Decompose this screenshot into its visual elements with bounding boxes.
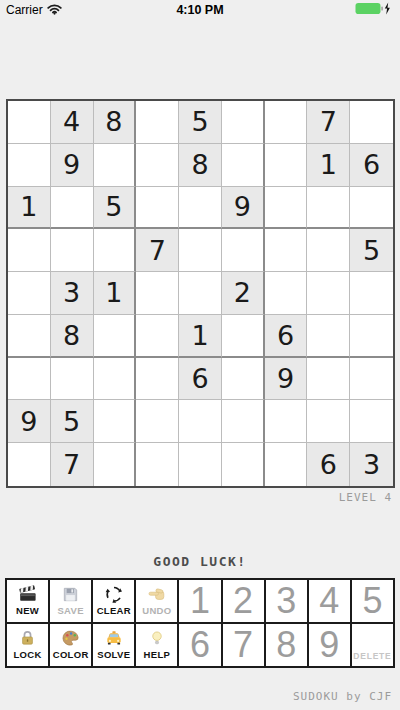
delete-button[interactable]: DELETE bbox=[352, 624, 395, 668]
clapper-board-icon bbox=[18, 583, 38, 605]
cell-r2c8[interactable]: 1 bbox=[307, 144, 350, 187]
cell-r7c3[interactable] bbox=[94, 358, 137, 401]
cell-r8c9[interactable] bbox=[350, 400, 393, 443]
cell-r9c1[interactable] bbox=[8, 443, 51, 486]
cell-r2c2[interactable]: 9 bbox=[51, 144, 94, 187]
cell-r1c5[interactable]: 5 bbox=[179, 101, 222, 144]
digit-1-button[interactable]: 1 bbox=[179, 580, 222, 624]
cell-r1c1[interactable] bbox=[8, 101, 51, 144]
cell-r5c2[interactable]: 3 bbox=[51, 272, 94, 315]
cell-r1c2[interactable]: 4 bbox=[51, 101, 94, 144]
cell-r4c7[interactable] bbox=[265, 229, 308, 272]
new-button[interactable]: NEW bbox=[7, 580, 50, 624]
cell-r9c7[interactable] bbox=[265, 443, 308, 486]
digit-3-button[interactable]: 3 bbox=[266, 580, 309, 624]
cell-r1c9[interactable] bbox=[350, 101, 393, 144]
cell-r7c4[interactable] bbox=[136, 358, 179, 401]
cell-r5c1[interactable] bbox=[8, 272, 51, 315]
cell-r8c3[interactable] bbox=[94, 400, 137, 443]
cell-r9c4[interactable] bbox=[136, 443, 179, 486]
cell-r1c6[interactable] bbox=[222, 101, 265, 144]
cell-r9c3[interactable] bbox=[94, 443, 137, 486]
cell-r6c7[interactable]: 6 bbox=[265, 315, 308, 358]
status-bar: Carrier 4:10 PM bbox=[0, 0, 400, 20]
status-time: 4:10 PM bbox=[0, 0, 400, 20]
cell-r1c8[interactable]: 7 bbox=[307, 101, 350, 144]
digit-8-button[interactable]: 8 bbox=[266, 624, 309, 668]
cell-r7c8[interactable] bbox=[307, 358, 350, 401]
delete-label: DELETE bbox=[353, 651, 391, 661]
digit-2-button[interactable]: 2 bbox=[223, 580, 266, 624]
cell-r4c3[interactable] bbox=[94, 229, 137, 272]
cell-r4c9[interactable]: 5 bbox=[350, 229, 393, 272]
button-label: UNDO bbox=[142, 605, 171, 616]
recycle-icon bbox=[104, 583, 124, 605]
save-button[interactable]: SAVE bbox=[50, 580, 93, 624]
solve-button[interactable]: SOLVE bbox=[93, 624, 136, 668]
status-message: GOOD LUCK! bbox=[0, 554, 400, 569]
cell-r5c4[interactable] bbox=[136, 272, 179, 315]
cell-r1c7[interactable] bbox=[265, 101, 308, 144]
help-button[interactable]: HELP bbox=[136, 624, 179, 668]
cell-r6c4[interactable] bbox=[136, 315, 179, 358]
status-right bbox=[355, 0, 391, 20]
digit-5-button[interactable]: 5 bbox=[352, 580, 395, 624]
cell-r9c9[interactable]: 3 bbox=[350, 443, 393, 486]
cell-r4c5[interactable] bbox=[179, 229, 222, 272]
cell-r3c9[interactable] bbox=[350, 187, 393, 230]
pointing-left-icon bbox=[147, 583, 167, 605]
cell-r5c6[interactable]: 2 bbox=[222, 272, 265, 315]
cell-r8c2[interactable]: 5 bbox=[51, 400, 94, 443]
clear-button[interactable]: CLEAR bbox=[93, 580, 136, 624]
cell-r8c6[interactable] bbox=[222, 400, 265, 443]
cell-r4c6[interactable] bbox=[222, 229, 265, 272]
lock-button[interactable]: LOCK bbox=[7, 624, 50, 668]
cell-r3c8[interactable] bbox=[307, 187, 350, 230]
cell-r3c1[interactable]: 1 bbox=[8, 187, 51, 230]
cell-r6c1[interactable] bbox=[8, 315, 51, 358]
cell-r4c4[interactable]: 7 bbox=[136, 229, 179, 272]
cell-r3c4[interactable] bbox=[136, 187, 179, 230]
lock-icon bbox=[18, 627, 37, 649]
digit-9-button[interactable]: 9 bbox=[309, 624, 352, 668]
palette-icon bbox=[61, 627, 81, 649]
cell-r6c8[interactable] bbox=[307, 315, 350, 358]
cell-r3c2[interactable] bbox=[51, 187, 94, 230]
cell-r2c7[interactable] bbox=[265, 144, 308, 187]
cell-r2c3[interactable] bbox=[94, 144, 137, 187]
digit-4-button[interactable]: 4 bbox=[309, 580, 352, 624]
button-label: SAVE bbox=[57, 605, 83, 616]
color-button[interactable]: COLOR bbox=[50, 624, 93, 668]
cell-r7c6[interactable] bbox=[222, 358, 265, 401]
battery-charging-icon bbox=[355, 1, 391, 19]
cell-r6c3[interactable] bbox=[94, 315, 137, 358]
cell-r3c7[interactable] bbox=[265, 187, 308, 230]
cell-r1c3[interactable]: 8 bbox=[94, 101, 137, 144]
cell-r3c3[interactable]: 5 bbox=[94, 187, 137, 230]
undo-button[interactable]: UNDO bbox=[136, 580, 179, 624]
cell-r5c3[interactable]: 1 bbox=[94, 272, 137, 315]
taxi-icon bbox=[104, 627, 124, 649]
cell-r8c8[interactable] bbox=[307, 400, 350, 443]
cell-r3c6[interactable]: 9 bbox=[222, 187, 265, 230]
cell-r8c5[interactable] bbox=[179, 400, 222, 443]
button-label: HELP bbox=[144, 649, 171, 660]
cell-r6c9[interactable] bbox=[350, 315, 393, 358]
cell-r2c5[interactable]: 8 bbox=[179, 144, 222, 187]
button-label: SOLVE bbox=[97, 649, 130, 660]
cell-r9c5[interactable] bbox=[179, 443, 222, 486]
cell-r5c5[interactable] bbox=[179, 272, 222, 315]
cell-r5c8[interactable] bbox=[307, 272, 350, 315]
cell-r8c1[interactable]: 9 bbox=[8, 400, 51, 443]
button-label: COLOR bbox=[53, 649, 89, 660]
cell-r9c6[interactable] bbox=[222, 443, 265, 486]
cell-r7c7[interactable]: 9 bbox=[265, 358, 308, 401]
cell-r6c2[interactable]: 8 bbox=[51, 315, 94, 358]
cell-r3c5[interactable] bbox=[179, 187, 222, 230]
cell-r2c1[interactable] bbox=[8, 144, 51, 187]
cell-r4c1[interactable] bbox=[8, 229, 51, 272]
cell-r8c4[interactable] bbox=[136, 400, 179, 443]
cell-r9c8[interactable]: 6 bbox=[307, 443, 350, 486]
cell-r9c2[interactable]: 7 bbox=[51, 443, 94, 486]
credit-label: SUDOKU by CJF bbox=[293, 690, 392, 703]
toolbar: NEWSAVECLEARUNDO12345LOCKCOLORSOLVEHELP6… bbox=[5, 578, 395, 668]
cell-r2c9[interactable]: 6 bbox=[350, 144, 393, 187]
level-label: LEVEL 4 bbox=[339, 491, 392, 504]
cell-r7c9[interactable] bbox=[350, 358, 393, 401]
cell-r7c1[interactable] bbox=[8, 358, 51, 401]
light-bulb-icon bbox=[148, 627, 166, 649]
digit-7-button[interactable]: 7 bbox=[223, 624, 266, 668]
cell-r1c4[interactable] bbox=[136, 101, 179, 144]
cell-r6c5[interactable]: 1 bbox=[179, 315, 222, 358]
cell-r4c2[interactable] bbox=[51, 229, 94, 272]
cell-r2c6[interactable] bbox=[222, 144, 265, 187]
cell-r4c8[interactable] bbox=[307, 229, 350, 272]
app-screen: Carrier 4:10 PM 485798161597531281 bbox=[0, 0, 400, 710]
digit-6-button[interactable]: 6 bbox=[179, 624, 222, 668]
cell-r8c7[interactable] bbox=[265, 400, 308, 443]
button-label: CLEAR bbox=[97, 605, 131, 616]
button-label: NEW bbox=[16, 605, 39, 616]
cell-r5c9[interactable] bbox=[350, 272, 393, 315]
cell-r5c7[interactable] bbox=[265, 272, 308, 315]
floppy-disk-icon bbox=[61, 583, 80, 605]
cell-r7c5[interactable]: 6 bbox=[179, 358, 222, 401]
cell-r2c4[interactable] bbox=[136, 144, 179, 187]
cell-r7c2[interactable] bbox=[51, 358, 94, 401]
button-label: LOCK bbox=[13, 649, 41, 660]
cell-r6c6[interactable] bbox=[222, 315, 265, 358]
sudoku-board: 48579816159753128166995763 bbox=[6, 99, 395, 488]
